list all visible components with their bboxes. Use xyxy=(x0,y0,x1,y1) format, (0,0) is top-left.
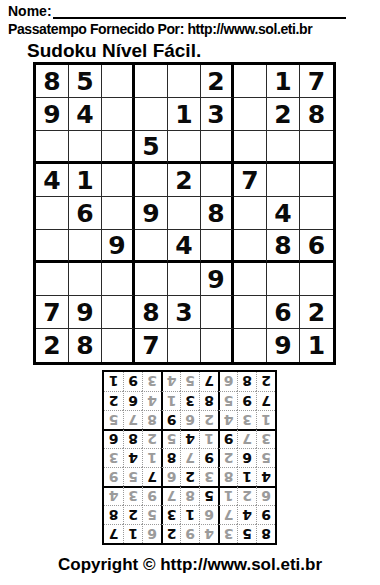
puzzle-cell-r1c1[interactable]: 8 xyxy=(36,65,69,98)
solution-cell-r2c4: 6 xyxy=(199,505,218,524)
solution-cell-r5c9: 3 xyxy=(104,448,123,467)
puzzle-cell-r5c3[interactable] xyxy=(102,197,135,230)
puzzle-cell-r3c1[interactable] xyxy=(36,131,69,164)
solution-cell-r5c3: 2 xyxy=(218,448,237,467)
solution-cell-r2c3: 7 xyxy=(218,505,237,524)
puzzle-cell-r9c3[interactable] xyxy=(102,329,135,362)
puzzle-cell-r8c5[interactable]: 3 xyxy=(168,296,201,329)
puzzle-cell-r5c5[interactable] xyxy=(168,197,201,230)
solution-cell-r3c4: 5 xyxy=(199,486,218,505)
solution-cell-r4c5: 2 xyxy=(180,467,199,486)
puzzle-cell-r3c2[interactable] xyxy=(69,131,102,164)
solution-cell-r4c4: 3 xyxy=(199,467,218,486)
puzzle-cell-r9c8[interactable]: 9 xyxy=(267,329,300,362)
puzzle-cell-r1c9[interactable]: 7 xyxy=(300,65,333,98)
puzzle-cell-r6c6[interactable] xyxy=(201,230,234,263)
puzzle-cell-r7c8[interactable] xyxy=(267,263,300,296)
puzzle-cell-r4c6[interactable] xyxy=(201,164,234,197)
puzzle-cell-r2c7[interactable] xyxy=(234,98,267,131)
puzzle-cell-r2c4[interactable] xyxy=(135,98,168,131)
puzzle-cell-r3c6[interactable] xyxy=(201,131,234,164)
solution-cell-r3c3: 1 xyxy=(218,486,237,505)
solution-cell-r9c9: 1 xyxy=(104,372,123,391)
puzzle-cell-r4c3[interactable] xyxy=(102,164,135,197)
puzzle-cell-r6c4[interactable] xyxy=(135,230,168,263)
puzzle-cell-r2c9[interactable]: 8 xyxy=(300,98,333,131)
puzzle-cell-r2c5[interactable]: 1 xyxy=(168,98,201,131)
puzzle-cell-r8c2[interactable]: 9 xyxy=(69,296,102,329)
solution-cell-r3c5: 8 xyxy=(180,486,199,505)
puzzle-cell-r2c6[interactable]: 3 xyxy=(201,98,234,131)
solution-cell-r7c1: 1 xyxy=(256,410,275,429)
solution-cell-r6c7: 2 xyxy=(142,429,161,448)
provider-line: Passatempo Fornecido Por: http://www.sol… xyxy=(8,21,312,37)
solution-cell-r3c2: 2 xyxy=(237,486,256,505)
solution-cell-r1c9: 7 xyxy=(104,524,123,543)
puzzle-cell-r5c9[interactable] xyxy=(300,197,333,230)
puzzle-cell-r9c4[interactable]: 7 xyxy=(135,329,168,362)
puzzle-cell-r6c2[interactable] xyxy=(69,230,102,263)
solution-cell-r8c4: 8 xyxy=(199,391,218,410)
puzzle-title: Sudoku Nível Fácil. xyxy=(27,40,201,62)
puzzle-cell-r5c7[interactable] xyxy=(234,197,267,230)
solution-cell-r6c9: 6 xyxy=(104,429,123,448)
puzzle-cell-r4c5[interactable]: 2 xyxy=(168,164,201,197)
puzzle-cell-r8c1[interactable]: 7 xyxy=(36,296,69,329)
puzzle-cell-r5c8[interactable]: 4 xyxy=(267,197,300,230)
puzzle-cell-r2c3[interactable] xyxy=(102,98,135,131)
solution-cell-r1c3: 3 xyxy=(218,524,237,543)
puzzle-cell-r7c4[interactable] xyxy=(135,263,168,296)
solution-cell-r3c9: 4 xyxy=(104,486,123,505)
solution-cell-r6c1: 3 xyxy=(256,429,275,448)
puzzle-cell-r7c6[interactable]: 9 xyxy=(201,263,234,296)
solution-cell-r3c6: 7 xyxy=(161,486,180,505)
solution-cell-r4c8: 5 xyxy=(123,467,142,486)
solution-cell-r2c7: 5 xyxy=(142,505,161,524)
solution-cell-r4c1: 4 xyxy=(256,467,275,486)
puzzle-cell-r2c2[interactable]: 4 xyxy=(69,98,102,131)
solution-cell-r8c1: 7 xyxy=(256,391,275,410)
solution-cell-r6c5: 4 xyxy=(180,429,199,448)
solution-cell-r1c7: 6 xyxy=(142,524,161,543)
puzzle-cell-r7c7[interactable] xyxy=(234,263,267,296)
copyright: Copyright © http://www.sol.eti.br xyxy=(0,555,380,575)
puzzle-cell-r5c2[interactable]: 6 xyxy=(69,197,102,230)
solution-cell-r9c2: 8 xyxy=(237,372,256,391)
puzzle-cell-r7c3[interactable] xyxy=(102,263,135,296)
solution-cell-r5c7: 1 xyxy=(142,448,161,467)
puzzle-cell-r2c8[interactable]: 2 xyxy=(267,98,300,131)
puzzle-cell-r7c9[interactable] xyxy=(300,263,333,296)
puzzle-cell-r8c6[interactable] xyxy=(201,296,234,329)
puzzle-cell-r3c8[interactable] xyxy=(267,131,300,164)
solution-cell-r7c9: 5 xyxy=(104,410,123,429)
puzzle-cell-r6c3[interactable]: 9 xyxy=(102,230,135,263)
solution-cell-r1c2: 5 xyxy=(237,524,256,543)
solution-cell-r7c6: 9 xyxy=(161,410,180,429)
solution-cell-r9c8: 9 xyxy=(123,372,142,391)
solution-cell-r6c3: 9 xyxy=(218,429,237,448)
name-row: Nome: xyxy=(8,3,346,19)
puzzle-cell-r4c9[interactable] xyxy=(300,164,333,197)
puzzle-cell-r2c1[interactable]: 9 xyxy=(36,98,69,131)
puzzle-cell-r8c4[interactable]: 8 xyxy=(135,296,168,329)
solution-cell-r9c4: 7 xyxy=(199,372,218,391)
puzzle-cell-r8c7[interactable] xyxy=(234,296,267,329)
solution-cell-r8c2: 9 xyxy=(237,391,256,410)
puzzle-cell-r5c6[interactable]: 8 xyxy=(201,197,234,230)
puzzle-cell-r1c6[interactable]: 2 xyxy=(201,65,234,98)
solution-cell-r2c9: 8 xyxy=(104,505,123,524)
solution-cell-r7c8: 7 xyxy=(123,410,142,429)
puzzle-cell-r1c3[interactable] xyxy=(102,65,135,98)
solution-cell-r2c8: 2 xyxy=(123,505,142,524)
puzzle-cell-r3c3[interactable] xyxy=(102,131,135,164)
puzzle-cell-r5c4[interactable]: 9 xyxy=(135,197,168,230)
solution-cell-r5c6: 8 xyxy=(161,448,180,467)
puzzle-cell-r4c7[interactable]: 7 xyxy=(234,164,267,197)
solution-cell-r9c6: 4 xyxy=(161,372,180,391)
puzzle-cell-r3c7[interactable] xyxy=(234,131,267,164)
solution-cell-r1c4: 4 xyxy=(199,524,218,543)
puzzle-cell-r4c4[interactable] xyxy=(135,164,168,197)
puzzle-cell-r7c1[interactable] xyxy=(36,263,69,296)
puzzle-cell-r5c1[interactable] xyxy=(36,197,69,230)
puzzle-cell-r4c8[interactable] xyxy=(267,164,300,197)
solution-cell-r8c8: 6 xyxy=(123,391,142,410)
puzzle-cell-r1c4[interactable] xyxy=(135,65,168,98)
solution-cell-r1c8: 1 xyxy=(123,524,142,543)
solution-cell-r7c5: 6 xyxy=(180,410,199,429)
solution-cell-r1c6: 2 xyxy=(161,524,180,543)
solution-cell-r9c3: 6 xyxy=(218,372,237,391)
solution-cell-r8c5: 3 xyxy=(180,391,199,410)
solution-cell-r3c1: 6 xyxy=(256,486,275,505)
puzzle-grid: 852179413285412769849486979836228791 xyxy=(33,62,336,365)
puzzle-cell-r1c7[interactable] xyxy=(234,65,267,98)
puzzle-cell-r1c8[interactable]: 1 xyxy=(267,65,300,98)
puzzle-cell-r9c7[interactable] xyxy=(234,329,267,362)
puzzle-cell-r3c4[interactable]: 5 xyxy=(135,131,168,164)
solution-cell-r6c6: 5 xyxy=(161,429,180,448)
solution-cell-r1c1: 8 xyxy=(256,524,275,543)
name-fill-line xyxy=(53,3,346,19)
puzzle-cell-r1c5[interactable] xyxy=(168,65,201,98)
puzzle-cell-r6c1[interactable] xyxy=(36,230,69,263)
solution-cell-r6c8: 8 xyxy=(123,429,142,448)
solution-cell-r2c1: 9 xyxy=(256,505,275,524)
solution-cell-r8c9: 2 xyxy=(104,391,123,410)
name-label: Nome: xyxy=(8,3,52,19)
solution-cell-r3c7: 9 xyxy=(142,486,161,505)
puzzle-cell-r9c5[interactable] xyxy=(168,329,201,362)
puzzle-cell-r9c1[interactable]: 2 xyxy=(36,329,69,362)
solution-cell-r4c6: 6 xyxy=(161,467,180,486)
puzzle-cell-r6c5[interactable]: 4 xyxy=(168,230,201,263)
solution-cell-r2c2: 4 xyxy=(237,505,256,524)
solution-cell-r6c2: 7 xyxy=(237,429,256,448)
solution-cell-r3c8: 3 xyxy=(123,486,142,505)
puzzle-cell-r7c2[interactable] xyxy=(69,263,102,296)
solution-cell-r5c8: 4 xyxy=(123,448,142,467)
puzzle-cell-r4c1[interactable]: 4 xyxy=(36,164,69,197)
puzzle-cell-r6c7[interactable] xyxy=(234,230,267,263)
puzzle-cell-r8c8[interactable]: 6 xyxy=(267,296,300,329)
solution-cell-r2c6: 3 xyxy=(161,505,180,524)
puzzle-cell-r3c9[interactable] xyxy=(300,131,333,164)
solution-cell-r8c7: 4 xyxy=(142,391,161,410)
solution-cell-r4c7: 7 xyxy=(142,467,161,486)
solution-cell-r9c1: 2 xyxy=(256,372,275,391)
puzzle-cell-r8c3[interactable] xyxy=(102,296,135,329)
solution-cell-r9c5: 5 xyxy=(180,372,199,391)
puzzle-cell-r4c2[interactable]: 1 xyxy=(69,164,102,197)
puzzle-cell-r6c9[interactable]: 6 xyxy=(300,230,333,263)
solution-cell-r5c4: 9 xyxy=(199,448,218,467)
solution-cell-r6c4: 1 xyxy=(199,429,218,448)
solution-cell-r4c9: 9 xyxy=(104,467,123,486)
solution-cell-r7c3: 4 xyxy=(218,410,237,429)
puzzle-cell-r7c5[interactable] xyxy=(168,263,201,296)
puzzle-cell-r3c5[interactable] xyxy=(168,131,201,164)
solution-cell-r7c4: 2 xyxy=(199,410,218,429)
puzzle-cell-r9c9[interactable]: 1 xyxy=(300,329,333,362)
solution-cell-r7c7: 8 xyxy=(142,410,161,429)
solution-cell-r8c3: 5 xyxy=(218,391,237,410)
puzzle-cell-r9c6[interactable] xyxy=(201,329,234,362)
solution-cell-r2c5: 1 xyxy=(180,505,199,524)
solution-cell-r4c2: 1 xyxy=(237,467,256,486)
puzzle-cell-r9c2[interactable]: 8 xyxy=(69,329,102,362)
solution-cell-r9c7: 3 xyxy=(142,372,161,391)
puzzle-cell-r6c8[interactable]: 8 xyxy=(267,230,300,263)
solution-cell-r5c5: 7 xyxy=(180,448,199,467)
puzzle-cell-r8c9[interactable]: 2 xyxy=(300,296,333,329)
solution-cell-r5c2: 6 xyxy=(237,448,256,467)
solution-cell-r4c3: 8 xyxy=(218,467,237,486)
solution-cell-r1c5: 9 xyxy=(180,524,199,543)
solution-cell-r5c1: 5 xyxy=(256,448,275,467)
solution-cell-r7c2: 3 xyxy=(237,410,256,429)
solution-cell-r8c6: 1 xyxy=(161,391,180,410)
puzzle-cell-r1c2[interactable]: 5 xyxy=(69,65,102,98)
solution-grid: 8534926179476135286215879344183267595629… xyxy=(102,370,277,545)
